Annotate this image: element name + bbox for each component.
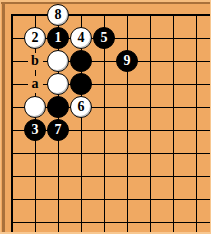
intersection-r10c9	[185, 211, 208, 234]
intersection-r1c7	[139, 4, 162, 27]
point-label-a: a	[28, 76, 43, 93]
black-stone-7: 7	[47, 119, 69, 141]
intersection-r7c3	[47, 142, 70, 165]
board-frame-top-shadow	[0, 2, 211, 4]
intersection-r9c2	[24, 188, 47, 211]
intersection-r3c5	[93, 50, 116, 73]
intersection-r9c6	[116, 188, 139, 211]
intersection-r4c3	[47, 73, 70, 96]
intersection-r4c4	[70, 73, 93, 96]
intersection-r3c9	[185, 50, 208, 73]
white-stone-6: 6	[70, 96, 92, 118]
black-stone-9: 9	[116, 50, 138, 72]
intersection-r6c6	[116, 119, 139, 142]
intersection-r5c2	[24, 96, 47, 119]
intersection-r3c8	[162, 50, 185, 73]
intersection-r2c9	[185, 27, 208, 50]
intersection-r9c4	[70, 188, 93, 211]
intersection-r8c4	[70, 165, 93, 188]
intersection-r10c4	[70, 211, 93, 234]
intersection-r4c9	[185, 73, 208, 96]
intersection-r7c8	[162, 142, 185, 165]
intersection-r1c3: 8	[47, 4, 70, 27]
intersection-r5c6	[116, 96, 139, 119]
intersection-r6c3: 7	[47, 119, 70, 142]
intersection-r8c3	[47, 165, 70, 188]
black-stone	[70, 73, 92, 95]
intersection-r9c5	[93, 188, 116, 211]
intersection-r7c5	[93, 142, 116, 165]
white-stone	[47, 50, 69, 72]
intersection-r5c8	[162, 96, 185, 119]
intersection-r8c5	[93, 165, 116, 188]
intersection-r8c7	[139, 165, 162, 188]
intersection-r1c8	[162, 4, 185, 27]
board-frame-left-highlight	[0, 0, 1, 234]
intersection-r6c8	[162, 119, 185, 142]
intersection-r3c7	[139, 50, 162, 73]
intersection-r9c3	[47, 188, 70, 211]
intersection-r1c2	[24, 4, 47, 27]
intersection-r4c6	[116, 73, 139, 96]
intersection-r7c6	[116, 142, 139, 165]
intersection-r3c4	[70, 50, 93, 73]
intersection-r5c4: 6	[70, 96, 93, 119]
intersection-r8c8	[162, 165, 185, 188]
black-stone	[70, 50, 92, 72]
intersection-r6c9	[185, 119, 208, 142]
black-stone-5: 5	[93, 27, 115, 49]
intersection-r1c5	[93, 4, 116, 27]
intersection-r1c4	[70, 4, 93, 27]
intersection-r2c3: 1	[47, 27, 70, 50]
intersection-r10c3	[47, 211, 70, 234]
intersection-r10c5	[93, 211, 116, 234]
intersection-r6c2: 3	[24, 119, 47, 142]
intersection-r10c8	[162, 211, 185, 234]
black-stone-3: 3	[24, 119, 46, 141]
black-stone	[47, 96, 69, 118]
intersection-r8c9	[185, 165, 208, 188]
intersection-r3c6: 9	[116, 50, 139, 73]
intersection-r2c2: 2	[24, 27, 47, 50]
intersection-r7c7	[139, 142, 162, 165]
point-label-b: b	[28, 53, 43, 70]
intersection-r10c2	[24, 211, 47, 234]
white-stone	[24, 96, 46, 118]
intersection-r4c2: a	[24, 73, 47, 96]
intersection-r8c6	[116, 165, 139, 188]
board-cells: 82145b9a637	[1, 4, 208, 234]
intersection-r7c9	[185, 142, 208, 165]
intersection-r8c2	[24, 165, 47, 188]
black-stone-1: 1	[47, 27, 69, 49]
intersection-r1c9	[185, 4, 208, 27]
intersection-r1c6	[116, 4, 139, 27]
white-stone-4: 4	[70, 27, 92, 49]
board-frame-left-shadow	[2, 2, 5, 234]
intersection-r7c2	[24, 142, 47, 165]
intersection-r2c7	[139, 27, 162, 50]
go-board-diagram: 82145b9a637	[0, 0, 211, 234]
white-stone	[47, 73, 69, 95]
white-stone-8: 8	[47, 4, 69, 26]
intersection-r9c8	[162, 188, 185, 211]
intersection-r6c4	[70, 119, 93, 142]
intersection-r5c9	[185, 96, 208, 119]
intersection-r3c2: b	[24, 50, 47, 73]
intersection-r9c7	[139, 188, 162, 211]
board-frame-bottom-highlight	[0, 232, 211, 234]
intersection-r5c5	[93, 96, 116, 119]
intersection-r3c3	[47, 50, 70, 73]
intersection-r2c6	[116, 27, 139, 50]
intersection-r4c7	[139, 73, 162, 96]
intersection-r4c8	[162, 73, 185, 96]
intersection-r2c8	[162, 27, 185, 50]
intersection-r6c7	[139, 119, 162, 142]
intersection-r6c5	[93, 119, 116, 142]
board-frame-right-highlight	[210, 0, 211, 234]
intersection-r5c7	[139, 96, 162, 119]
intersection-r5c3	[47, 96, 70, 119]
white-stone-2: 2	[24, 27, 46, 49]
intersection-r4c5	[93, 73, 116, 96]
intersection-r10c6	[116, 211, 139, 234]
intersection-r7c4	[70, 142, 93, 165]
intersection-r10c7	[139, 211, 162, 234]
intersection-r9c9	[185, 188, 208, 211]
intersection-r2c4: 4	[70, 27, 93, 50]
intersection-r2c5: 5	[93, 27, 116, 50]
